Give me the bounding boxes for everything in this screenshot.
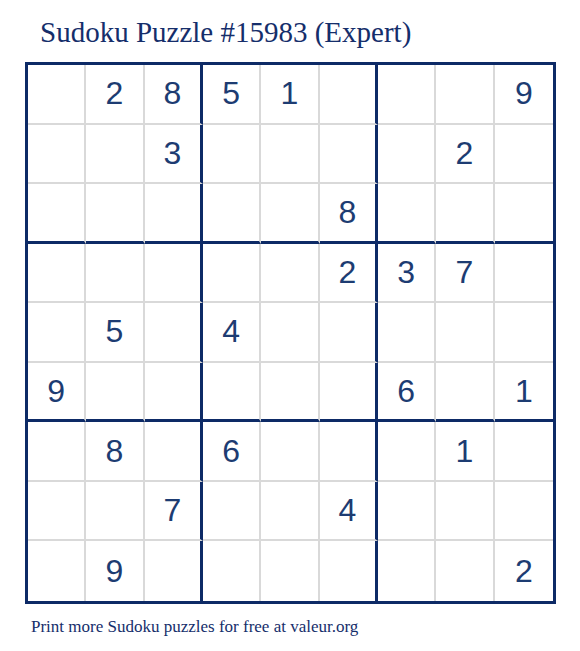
cell-r1c6[interactable] [320, 65, 378, 125]
cell-r3c5[interactable] [261, 184, 319, 244]
cell-r7c7[interactable] [378, 422, 436, 482]
cell-r3c6[interactable]: 8 [320, 184, 378, 244]
cell-r9c2[interactable]: 9 [86, 541, 144, 601]
cell-r7c8[interactable]: 1 [436, 422, 494, 482]
cell-r8c1[interactable] [28, 482, 86, 542]
cell-r7c2[interactable]: 8 [86, 422, 144, 482]
cell-r9c8[interactable] [436, 541, 494, 601]
cell-r4c1[interactable] [28, 244, 86, 304]
cell-r9c3[interactable] [145, 541, 203, 601]
cell-r8c6[interactable]: 4 [320, 482, 378, 542]
cell-r4c9[interactable] [495, 244, 553, 304]
cell-r7c6[interactable] [320, 422, 378, 482]
cell-r3c4[interactable] [203, 184, 261, 244]
cell-r6c2[interactable] [86, 363, 144, 423]
cell-r4c3[interactable] [145, 244, 203, 304]
cell-r4c6[interactable]: 2 [320, 244, 378, 304]
cell-r1c4[interactable]: 5 [203, 65, 261, 125]
cell-r9c1[interactable] [28, 541, 86, 601]
page-title: Sudoku Puzzle #15983 (Expert) [40, 17, 411, 49]
cell-r6c1[interactable]: 9 [28, 363, 86, 423]
footer-credit: Print more Sudoku puzzles for free at va… [31, 617, 358, 637]
cell-r5c9[interactable] [495, 303, 553, 363]
cell-r3c2[interactable] [86, 184, 144, 244]
cell-r6c3[interactable] [145, 363, 203, 423]
cell-r6c6[interactable] [320, 363, 378, 423]
cell-r7c3[interactable] [145, 422, 203, 482]
cell-r2c2[interactable] [86, 125, 144, 185]
cell-r2c4[interactable] [203, 125, 261, 185]
cell-r3c7[interactable] [378, 184, 436, 244]
cell-r9c9[interactable]: 2 [495, 541, 553, 601]
cell-r7c5[interactable] [261, 422, 319, 482]
cell-r7c9[interactable] [495, 422, 553, 482]
cell-r4c7[interactable]: 3 [378, 244, 436, 304]
cell-r4c5[interactable] [261, 244, 319, 304]
cell-r9c6[interactable] [320, 541, 378, 601]
cell-r1c5[interactable]: 1 [261, 65, 319, 125]
cell-r2c6[interactable] [320, 125, 378, 185]
cell-r1c9[interactable]: 9 [495, 65, 553, 125]
cell-r3c8[interactable] [436, 184, 494, 244]
cell-r6c7[interactable]: 6 [378, 363, 436, 423]
cell-r3c3[interactable] [145, 184, 203, 244]
cell-r3c1[interactable] [28, 184, 86, 244]
cell-r2c5[interactable] [261, 125, 319, 185]
cell-r5c6[interactable] [320, 303, 378, 363]
cell-r9c4[interactable] [203, 541, 261, 601]
cell-r8c8[interactable] [436, 482, 494, 542]
sudoku-board: 28519328237549618617492 [25, 62, 556, 604]
cell-r1c3[interactable]: 8 [145, 65, 203, 125]
cell-r6c9[interactable]: 1 [495, 363, 553, 423]
cell-r1c8[interactable] [436, 65, 494, 125]
cell-r5c4[interactable]: 4 [203, 303, 261, 363]
cell-r5c3[interactable] [145, 303, 203, 363]
cell-r3c9[interactable] [495, 184, 553, 244]
cell-r5c2[interactable]: 5 [86, 303, 144, 363]
cell-r8c7[interactable] [378, 482, 436, 542]
cell-r2c7[interactable] [378, 125, 436, 185]
cell-r5c8[interactable] [436, 303, 494, 363]
cell-r2c9[interactable] [495, 125, 553, 185]
cell-r8c2[interactable] [86, 482, 144, 542]
cell-r6c8[interactable] [436, 363, 494, 423]
cell-r5c5[interactable] [261, 303, 319, 363]
cell-r6c5[interactable] [261, 363, 319, 423]
cell-r9c7[interactable] [378, 541, 436, 601]
cell-r4c8[interactable]: 7 [436, 244, 494, 304]
cell-r8c5[interactable] [261, 482, 319, 542]
cell-r8c9[interactable] [495, 482, 553, 542]
cell-r2c8[interactable]: 2 [436, 125, 494, 185]
cell-r9c5[interactable] [261, 541, 319, 601]
cell-r8c3[interactable]: 7 [145, 482, 203, 542]
cell-r1c7[interactable] [378, 65, 436, 125]
cell-r2c1[interactable] [28, 125, 86, 185]
sudoku-page: Sudoku Puzzle #15983 (Expert) 2851932823… [0, 0, 580, 651]
cell-r7c1[interactable] [28, 422, 86, 482]
cell-r1c2[interactable]: 2 [86, 65, 144, 125]
cell-r7c4[interactable]: 6 [203, 422, 261, 482]
cell-r5c1[interactable] [28, 303, 86, 363]
cell-r4c4[interactable] [203, 244, 261, 304]
cell-r6c4[interactable] [203, 363, 261, 423]
cell-r2c3[interactable]: 3 [145, 125, 203, 185]
cell-r8c4[interactable] [203, 482, 261, 542]
cell-r1c1[interactable] [28, 65, 86, 125]
cell-r5c7[interactable] [378, 303, 436, 363]
cell-r4c2[interactable] [86, 244, 144, 304]
